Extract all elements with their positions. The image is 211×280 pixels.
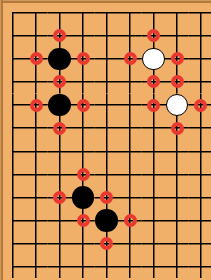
intersection: [71, 163, 95, 186]
liberty-marker-icon: [53, 122, 66, 135]
intersection: [1, 232, 25, 255]
intersection: [118, 70, 142, 93]
intersection: [95, 163, 119, 186]
intersection: [189, 94, 211, 117]
intersection: [1, 47, 25, 70]
intersection: [118, 24, 142, 47]
intersection: [118, 163, 142, 186]
intersection: [142, 1, 166, 24]
intersection: [118, 117, 142, 140]
liberty-marker-icon: [194, 99, 207, 112]
intersection: [95, 209, 119, 232]
intersection: [24, 209, 48, 232]
intersection: [189, 1, 211, 24]
intersection: [1, 140, 25, 163]
intersection: [165, 140, 189, 163]
intersection: [142, 140, 166, 163]
intersection: [189, 232, 211, 255]
intersection: [24, 163, 48, 186]
liberty-marker-icon: [147, 75, 160, 88]
intersection: [165, 70, 189, 93]
intersection: [71, 209, 95, 232]
intersection: [1, 94, 25, 117]
intersection: [24, 255, 48, 278]
intersection: [1, 163, 25, 186]
intersection: [118, 186, 142, 209]
intersection: [142, 232, 166, 255]
intersection: [95, 94, 119, 117]
intersection: [118, 255, 142, 278]
liberty-marker-icon: [77, 99, 90, 112]
intersection: [142, 24, 166, 47]
intersection: [95, 70, 119, 93]
intersection: [1, 1, 25, 24]
liberty-marker-icon: [147, 29, 160, 42]
intersection: [48, 70, 72, 93]
intersection: [95, 1, 119, 24]
black-stone: [48, 48, 71, 71]
intersection: [142, 117, 166, 140]
intersection: [142, 209, 166, 232]
intersection: [1, 209, 25, 232]
liberty-marker-icon: [77, 168, 90, 181]
intersection: [24, 1, 48, 24]
liberty-marker-icon: [147, 99, 160, 112]
intersection: [48, 94, 72, 117]
liberty-marker-icon: [124, 52, 137, 65]
intersection: [24, 94, 48, 117]
intersection: [1, 70, 25, 93]
intersection: [189, 47, 211, 70]
liberty-marker-icon: [124, 214, 137, 227]
intersection: [24, 117, 48, 140]
intersection: [189, 163, 211, 186]
intersection: [118, 209, 142, 232]
intersection: [48, 209, 72, 232]
intersection: [189, 209, 211, 232]
intersection: [48, 117, 72, 140]
intersection: [165, 1, 189, 24]
intersection: [165, 209, 189, 232]
liberty-marker-icon: [30, 99, 43, 112]
intersection: [165, 47, 189, 70]
intersection: [142, 186, 166, 209]
intersection: [1, 186, 25, 209]
intersection: [95, 255, 119, 278]
intersection: [1, 255, 25, 278]
intersection: [118, 94, 142, 117]
intersection: [165, 232, 189, 255]
intersection: [165, 94, 189, 117]
intersection: [95, 140, 119, 163]
liberty-marker-icon: [53, 75, 66, 88]
intersection: [95, 186, 119, 209]
go-board: [0, 0, 211, 280]
intersection: [189, 140, 211, 163]
intersection: [71, 24, 95, 47]
intersection: [24, 140, 48, 163]
board-grid: [1, 1, 211, 278]
liberty-marker-icon: [100, 237, 113, 250]
intersection: [24, 70, 48, 93]
intersection: [48, 1, 72, 24]
intersection: [48, 47, 72, 70]
intersection: [71, 94, 95, 117]
liberty-marker-icon: [171, 52, 184, 65]
intersection: [142, 47, 166, 70]
liberty-marker-icon: [171, 75, 184, 88]
intersection: [71, 186, 95, 209]
black-stone: [72, 186, 95, 209]
intersection: [165, 24, 189, 47]
intersection: [48, 163, 72, 186]
board-edge-top: [0, 0, 211, 3]
intersection: [189, 255, 211, 278]
intersection: [165, 186, 189, 209]
black-stone: [48, 94, 71, 117]
intersection: [71, 117, 95, 140]
intersection: [165, 117, 189, 140]
intersection: [118, 140, 142, 163]
intersection: [1, 117, 25, 140]
intersection: [24, 47, 48, 70]
white-stone: [142, 48, 165, 71]
intersection: [48, 232, 72, 255]
liberty-marker-icon: [53, 191, 66, 204]
liberty-marker-icon: [53, 29, 66, 42]
intersection: [189, 24, 211, 47]
intersection: [95, 232, 119, 255]
intersection: [48, 255, 72, 278]
intersection: [95, 24, 119, 47]
intersection: [142, 94, 166, 117]
intersection: [189, 117, 211, 140]
liberty-marker-icon: [77, 52, 90, 65]
intersection: [95, 47, 119, 70]
board-edge-left: [0, 0, 3, 280]
intersection: [24, 186, 48, 209]
intersection: [48, 186, 72, 209]
intersection: [118, 47, 142, 70]
intersection: [118, 232, 142, 255]
black-stone: [95, 209, 118, 232]
intersection: [71, 232, 95, 255]
intersection: [71, 1, 95, 24]
intersection: [71, 47, 95, 70]
intersection: [142, 163, 166, 186]
intersection: [95, 117, 119, 140]
liberty-marker-icon: [77, 214, 90, 227]
liberty-marker-icon: [100, 191, 113, 204]
intersection: [189, 186, 211, 209]
intersection: [189, 70, 211, 93]
intersection: [71, 140, 95, 163]
liberty-marker-icon: [30, 52, 43, 65]
intersection: [165, 255, 189, 278]
intersection: [1, 24, 25, 47]
intersection: [48, 24, 72, 47]
intersection: [71, 70, 95, 93]
intersection: [24, 232, 48, 255]
intersection: [118, 1, 142, 24]
intersection: [142, 255, 166, 278]
liberty-marker-icon: [171, 122, 184, 135]
intersection: [165, 163, 189, 186]
intersection: [48, 140, 72, 163]
white-stone: [166, 94, 189, 117]
intersection: [71, 255, 95, 278]
intersection: [142, 70, 166, 93]
intersection: [24, 24, 48, 47]
